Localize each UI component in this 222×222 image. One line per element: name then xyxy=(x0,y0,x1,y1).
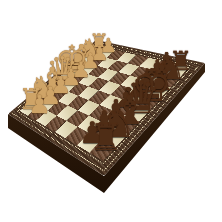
chess-board-frame xyxy=(8,40,205,176)
product-photo-scene: ♜♞♝♛♚♝♞♜♟♟♟♟♟♟♟♟♟♟♟♟♟♟♟♟♜♞♝♛♚♝♞♜ xyxy=(0,0,222,222)
